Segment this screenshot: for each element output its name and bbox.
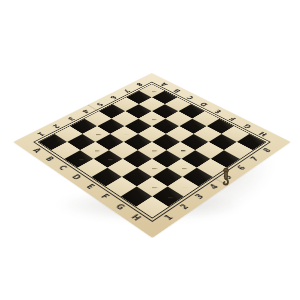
pawn-glyph: ♟: [85, 123, 109, 136]
pawn-glyph: ♟: [96, 148, 121, 161]
knight-glyph: ♞: [112, 120, 136, 136]
rank-label: 1: [29, 127, 52, 140]
file-label: A: [24, 144, 48, 158]
rank-label: 6: [229, 161, 255, 176]
pawn-glyph: ♟: [155, 184, 182, 198]
rook-glyph: ♜: [66, 147, 91, 161]
chess-set-photo: ABCDEFGH ABCDEFGH 87654321 87654321 ♜♚♜♛…: [0, 0, 300, 300]
folding-chess-board: ABCDEFGH ABCDEFGH 87654321 87654321 ♜♚♜♛…: [13, 73, 290, 238]
clasp-icon: [219, 167, 233, 187]
pawn-glyph: ♟: [169, 139, 193, 152]
pawn-glyph: ♟: [169, 156, 194, 170]
